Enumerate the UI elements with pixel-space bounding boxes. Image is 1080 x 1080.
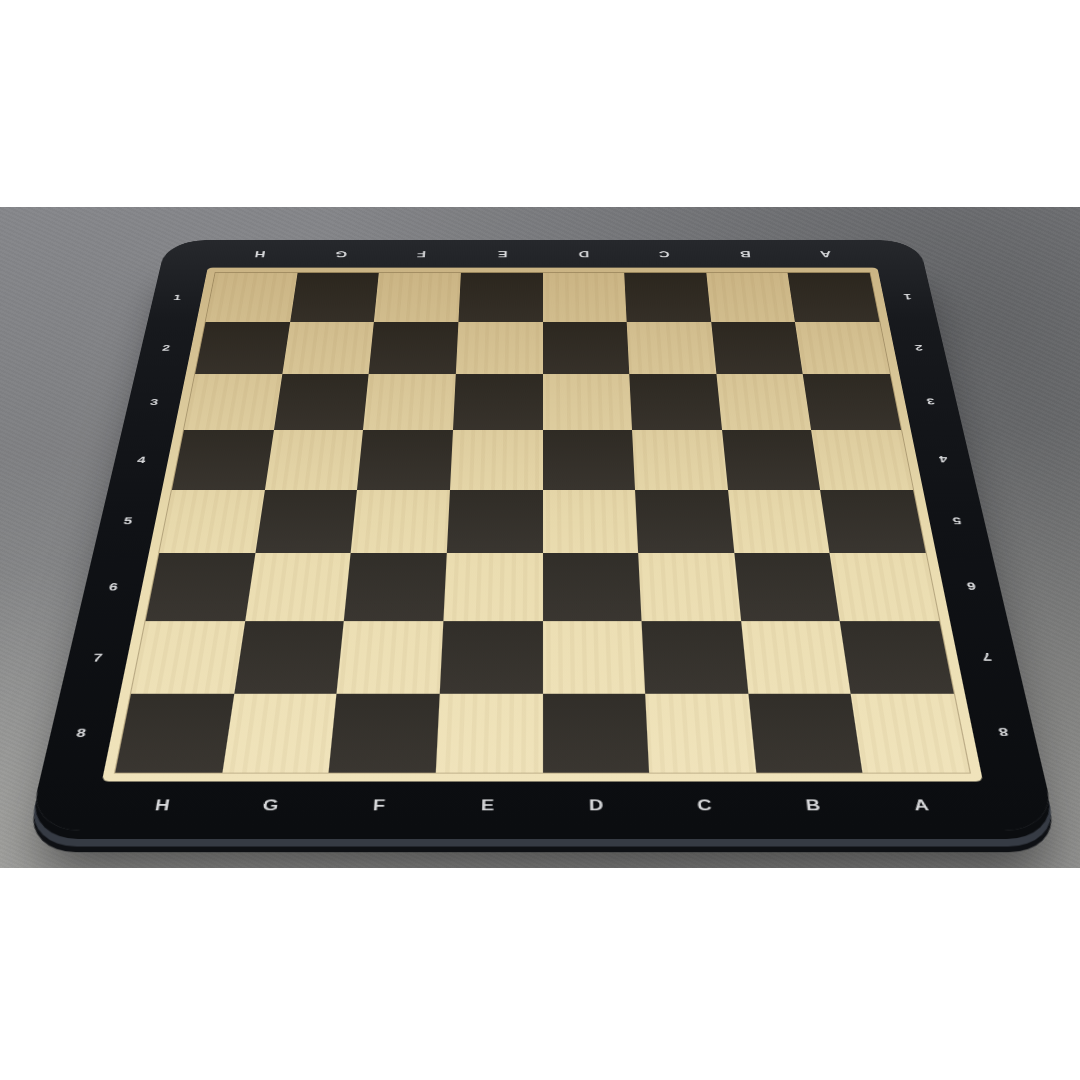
- file-label-h-near: H: [104, 782, 221, 831]
- square-h8: [115, 694, 234, 773]
- square-d3: [543, 374, 633, 430]
- square-f2: [369, 322, 458, 374]
- square-c3: [629, 374, 721, 430]
- file-label-g-far: G: [298, 240, 382, 267]
- square-h7: [131, 621, 245, 694]
- square-e2: [456, 322, 543, 374]
- file-label-c-far: C: [623, 240, 706, 267]
- square-e3: [453, 374, 543, 430]
- square-g5: [255, 490, 357, 553]
- file-label-g-near: G: [213, 782, 328, 831]
- square-c4: [632, 430, 728, 489]
- square-c8: [645, 694, 756, 773]
- photo-scene: HGFEDCBA HGFEDCBA 12345678 12345678: [0, 207, 1080, 868]
- square-b3: [716, 374, 811, 430]
- square-a3: [803, 374, 901, 430]
- square-a4: [811, 430, 913, 489]
- square-g1: [290, 273, 379, 322]
- square-e6: [443, 553, 542, 621]
- square-g3: [274, 374, 369, 430]
- file-label-e-far: E: [461, 240, 543, 267]
- square-f3: [363, 374, 455, 430]
- square-a8: [851, 694, 970, 773]
- file-label-c-near: C: [650, 782, 762, 831]
- square-a7: [840, 621, 954, 694]
- file-label-h-far: H: [217, 240, 303, 267]
- page: HGFEDCBA HGFEDCBA 12345678 12345678: [0, 0, 1080, 1080]
- square-d6: [542, 553, 641, 621]
- square-d2: [543, 322, 630, 374]
- square-f7: [337, 621, 444, 694]
- square-g8: [222, 694, 337, 773]
- square-c1: [624, 273, 711, 322]
- file-label-d-near: D: [542, 782, 652, 831]
- file-labels-far: HGFEDCBA: [217, 240, 869, 267]
- square-g7: [234, 621, 344, 694]
- square-d1: [543, 273, 627, 322]
- rank-label-5-right: 5: [923, 490, 992, 553]
- square-b2: [711, 322, 803, 374]
- square-b1: [706, 273, 795, 322]
- rank-label-2-right: 2: [889, 322, 950, 374]
- square-e4: [450, 430, 543, 489]
- square-h3: [184, 374, 282, 430]
- square-c6: [638, 553, 741, 621]
- square-c2: [627, 322, 716, 374]
- file-label-a-near: A: [864, 782, 981, 831]
- square-c5: [635, 490, 734, 553]
- square-d4: [543, 430, 636, 489]
- square-b6: [734, 553, 840, 621]
- file-label-d-far: D: [543, 240, 625, 267]
- squares-grid: [115, 273, 969, 773]
- square-a2: [795, 322, 890, 374]
- square-h6: [146, 553, 255, 621]
- square-f6: [344, 553, 447, 621]
- square-h1: [206, 273, 298, 322]
- square-a1: [788, 273, 880, 322]
- square-b8: [748, 694, 863, 773]
- square-g4: [265, 430, 364, 489]
- file-label-b-near: B: [757, 782, 872, 831]
- square-d7: [542, 621, 645, 694]
- chess-board: HGFEDCBA HGFEDCBA 12345678 12345678: [28, 240, 1057, 830]
- square-b7: [741, 621, 851, 694]
- square-e5: [447, 490, 543, 553]
- square-f4: [357, 430, 453, 489]
- square-e7: [440, 621, 543, 694]
- square-g2: [282, 322, 374, 374]
- square-d5: [542, 490, 638, 553]
- rank-label-4-right: 4: [911, 430, 977, 489]
- rank-label-2-left: 2: [135, 322, 196, 374]
- file-label-f-near: F: [323, 782, 435, 831]
- square-f5: [351, 490, 450, 553]
- file-label-a-far: A: [783, 240, 869, 267]
- square-c7: [642, 621, 749, 694]
- file-label-f-far: F: [380, 240, 463, 267]
- square-f1: [374, 273, 461, 322]
- square-g6: [245, 553, 351, 621]
- rank-label-1-left: 1: [147, 273, 206, 322]
- square-h2: [195, 322, 290, 374]
- square-a5: [820, 490, 925, 553]
- file-labels-near: HGFEDCBA: [104, 782, 982, 831]
- file-label-b-far: B: [703, 240, 787, 267]
- file-label-e-near: E: [433, 782, 543, 831]
- square-e8: [436, 694, 543, 773]
- rank-label-3-right: 3: [899, 374, 963, 430]
- rank-label-1-right: 1: [878, 273, 937, 322]
- square-h4: [172, 430, 274, 489]
- square-b4: [722, 430, 821, 489]
- square-b5: [728, 490, 830, 553]
- square-f8: [329, 694, 440, 773]
- square-e1: [458, 273, 542, 322]
- square-h5: [159, 490, 264, 553]
- square-a6: [830, 553, 939, 621]
- square-d8: [542, 694, 649, 773]
- playing-field: [102, 268, 983, 782]
